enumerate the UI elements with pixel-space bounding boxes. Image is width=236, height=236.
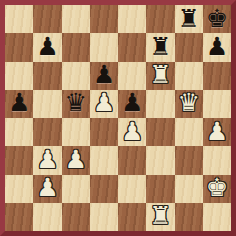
square-c5[interactable]: ♛ xyxy=(62,90,90,118)
square-f8[interactable] xyxy=(146,5,174,33)
black-queen-c5[interactable]: ♛ xyxy=(64,90,86,115)
square-e1[interactable] xyxy=(118,203,146,231)
square-f4[interactable] xyxy=(146,118,174,146)
square-d7[interactable] xyxy=(90,33,118,61)
square-g5[interactable]: ♛ xyxy=(175,90,203,118)
black-king-h8[interactable]: ♚ xyxy=(206,6,228,31)
square-h8[interactable]: ♚ xyxy=(203,5,231,33)
square-d4[interactable] xyxy=(90,118,118,146)
square-f7[interactable]: ♜ xyxy=(146,33,174,61)
square-f5[interactable] xyxy=(146,90,174,118)
square-e6[interactable] xyxy=(118,62,146,90)
square-e5[interactable]: ♟ xyxy=(118,90,146,118)
square-h1[interactable] xyxy=(203,203,231,231)
white-pawn-h4[interactable]: ♟ xyxy=(206,119,228,144)
square-c7[interactable] xyxy=(62,33,90,61)
square-e7[interactable] xyxy=(118,33,146,61)
square-b5[interactable] xyxy=(33,90,61,118)
square-d8[interactable] xyxy=(90,5,118,33)
square-a6[interactable] xyxy=(5,62,33,90)
square-c6[interactable] xyxy=(62,62,90,90)
square-d1[interactable] xyxy=(90,203,118,231)
square-b6[interactable] xyxy=(33,62,61,90)
square-a3[interactable] xyxy=(5,146,33,174)
white-pawn-d5[interactable]: ♟ xyxy=(93,90,115,115)
square-e8[interactable] xyxy=(118,5,146,33)
square-c1[interactable] xyxy=(62,203,90,231)
black-pawn-d6[interactable]: ♟ xyxy=(93,62,115,87)
square-h5[interactable] xyxy=(203,90,231,118)
square-g6[interactable] xyxy=(175,62,203,90)
square-a4[interactable] xyxy=(5,118,33,146)
square-h6[interactable] xyxy=(203,62,231,90)
square-h2[interactable]: ♚ xyxy=(203,175,231,203)
square-g8[interactable]: ♜ xyxy=(175,5,203,33)
chess-board-frame: ♜♚♟♜♟♟♜♟♛♟♟♛♟♟♟♟♟♚♜ xyxy=(0,0,236,236)
square-a5[interactable]: ♟ xyxy=(5,90,33,118)
square-c2[interactable] xyxy=(62,175,90,203)
square-h3[interactable] xyxy=(203,146,231,174)
square-b1[interactable] xyxy=(33,203,61,231)
white-pawn-b2[interactable]: ♟ xyxy=(36,175,58,200)
white-pawn-e4[interactable]: ♟ xyxy=(121,119,143,144)
black-rook-g8[interactable]: ♜ xyxy=(177,6,199,31)
square-g1[interactable] xyxy=(175,203,203,231)
black-pawn-h7[interactable]: ♟ xyxy=(206,34,228,59)
square-f2[interactable] xyxy=(146,175,174,203)
square-h4[interactable]: ♟ xyxy=(203,118,231,146)
square-e4[interactable]: ♟ xyxy=(118,118,146,146)
square-b7[interactable]: ♟ xyxy=(33,33,61,61)
square-f1[interactable]: ♜ xyxy=(146,203,174,231)
square-e3[interactable] xyxy=(118,146,146,174)
white-rook-f1[interactable]: ♜ xyxy=(149,203,171,228)
square-c3[interactable]: ♟ xyxy=(62,146,90,174)
square-a2[interactable] xyxy=(5,175,33,203)
square-a8[interactable] xyxy=(5,5,33,33)
square-g4[interactable] xyxy=(175,118,203,146)
white-rook-f6[interactable]: ♜ xyxy=(149,62,171,87)
square-f3[interactable] xyxy=(146,146,174,174)
square-b2[interactable]: ♟ xyxy=(33,175,61,203)
chess-board: ♜♚♟♜♟♟♜♟♛♟♟♛♟♟♟♟♟♚♜ xyxy=(5,5,231,231)
square-c8[interactable] xyxy=(62,5,90,33)
square-c4[interactable] xyxy=(62,118,90,146)
square-f6[interactable]: ♜ xyxy=(146,62,174,90)
square-g7[interactable] xyxy=(175,33,203,61)
square-b3[interactable]: ♟ xyxy=(33,146,61,174)
square-b8[interactable] xyxy=(33,5,61,33)
square-g3[interactable] xyxy=(175,146,203,174)
white-king-h2[interactable]: ♚ xyxy=(206,175,228,200)
square-d2[interactable] xyxy=(90,175,118,203)
square-h7[interactable]: ♟ xyxy=(203,33,231,61)
white-pawn-c3[interactable]: ♟ xyxy=(64,147,86,172)
square-g2[interactable] xyxy=(175,175,203,203)
white-pawn-b3[interactable]: ♟ xyxy=(36,147,58,172)
black-pawn-a5[interactable]: ♟ xyxy=(8,90,30,115)
black-pawn-e5[interactable]: ♟ xyxy=(121,90,143,115)
black-rook-f7[interactable]: ♜ xyxy=(149,34,171,59)
square-b4[interactable] xyxy=(33,118,61,146)
square-e2[interactable] xyxy=(118,175,146,203)
square-d6[interactable]: ♟ xyxy=(90,62,118,90)
white-queen-g5[interactable]: ♛ xyxy=(177,90,199,115)
black-pawn-b7[interactable]: ♟ xyxy=(36,34,58,59)
square-d5[interactable]: ♟ xyxy=(90,90,118,118)
square-d3[interactable] xyxy=(90,146,118,174)
square-a7[interactable] xyxy=(5,33,33,61)
square-a1[interactable] xyxy=(5,203,33,231)
